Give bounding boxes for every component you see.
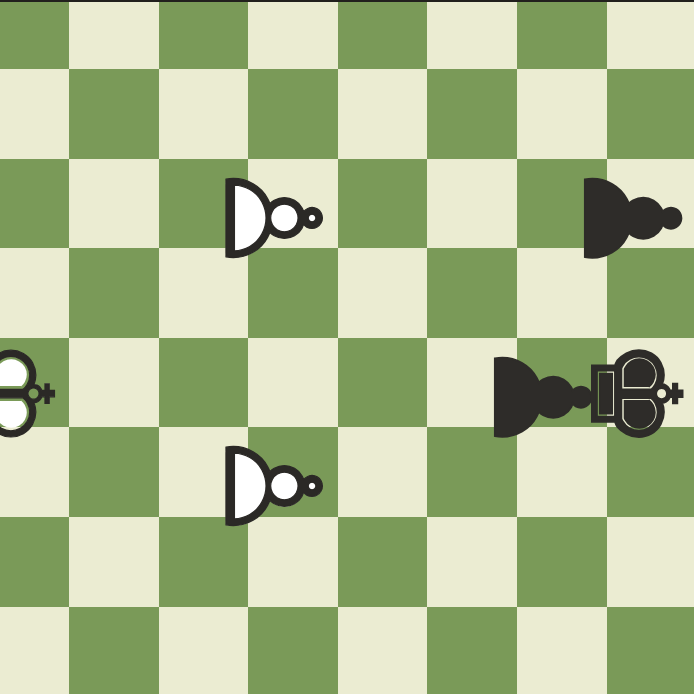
square-b7[interactable]	[69, 69, 159, 159]
square-h2[interactable]	[607, 517, 694, 607]
piece-white-pawn-d6[interactable]: ♟♙	[248, 159, 338, 249]
square-b1[interactable]	[69, 607, 159, 694]
square-b2[interactable]	[69, 517, 159, 607]
piece-white-king-a4[interactable]: ♚♔	[0, 338, 69, 428]
square-c4[interactable]	[159, 338, 249, 428]
square-e2[interactable]	[338, 517, 428, 607]
square-e4[interactable]	[338, 338, 428, 428]
white-king-outline-glyph: ♔	[0, 338, 69, 449]
square-c7[interactable]	[159, 69, 249, 159]
piece-black-king-h4[interactable]: ♚	[607, 338, 694, 428]
square-e1[interactable]	[338, 607, 428, 694]
square-c8[interactable]	[159, 0, 249, 69]
square-e5[interactable]	[338, 248, 428, 338]
top-background-strip	[0, 0, 694, 2]
square-b5[interactable]	[69, 248, 159, 338]
square-a7[interactable]	[0, 69, 69, 159]
square-e6[interactable]	[338, 159, 428, 249]
square-a1[interactable]	[0, 607, 69, 694]
square-g2[interactable]	[517, 517, 607, 607]
square-d8[interactable]	[248, 0, 338, 69]
square-b6[interactable]	[69, 159, 159, 249]
square-e7[interactable]	[338, 69, 428, 159]
square-g7[interactable]	[517, 69, 607, 159]
piece-black-pawn-h6[interactable]: ♟	[607, 159, 694, 249]
square-d7[interactable]	[248, 69, 338, 159]
square-a5[interactable]	[0, 248, 69, 338]
square-f6[interactable]	[427, 159, 517, 249]
square-g8[interactable]	[517, 0, 607, 69]
white-pawn-outline-glyph: ♙	[206, 159, 338, 277]
piece-white-pawn-d3[interactable]: ♟♙	[248, 427, 338, 517]
square-d4[interactable]	[248, 338, 338, 428]
square-b3[interactable]	[69, 427, 159, 517]
square-f5[interactable]	[427, 248, 517, 338]
black-pawn-glyph: ♟	[564, 159, 694, 277]
chessboard[interactable]: ♟♙♟♚♔♟♚♟♙	[0, 0, 694, 694]
square-e8[interactable]	[338, 0, 428, 69]
square-b8[interactable]	[69, 0, 159, 69]
black-king-glyph: ♚	[572, 338, 694, 449]
square-b4[interactable]	[69, 338, 159, 428]
chess-app-screen: ♟♙♟♚♔♟♚♟♙	[0, 0, 694, 694]
square-f7[interactable]	[427, 69, 517, 159]
square-a2[interactable]	[0, 517, 69, 607]
square-f1[interactable]	[427, 607, 517, 694]
square-h7[interactable]	[607, 69, 694, 159]
square-h8[interactable]	[607, 0, 694, 69]
square-g1[interactable]	[517, 607, 607, 694]
square-f2[interactable]	[427, 517, 517, 607]
square-d1[interactable]	[248, 607, 338, 694]
square-f8[interactable]	[427, 0, 517, 69]
white-pawn-outline-glyph: ♙	[206, 427, 338, 545]
square-a8[interactable]	[0, 0, 69, 69]
square-c1[interactable]	[159, 607, 249, 694]
square-a6[interactable]	[0, 159, 69, 249]
square-h1[interactable]	[607, 607, 694, 694]
square-e3[interactable]	[338, 427, 428, 517]
